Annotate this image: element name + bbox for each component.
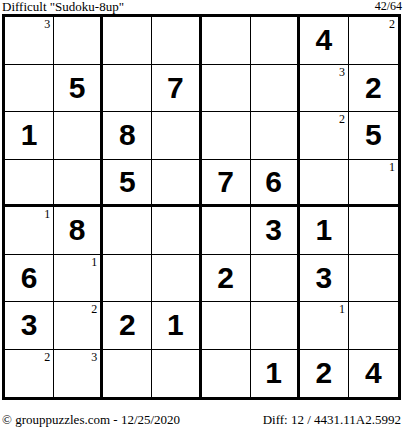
- given-digit: 5: [119, 167, 136, 197]
- cell-r2c4[interactable]: 7: [152, 65, 201, 113]
- cell-r1c4[interactable]: [152, 17, 201, 65]
- corner-mark: 2: [91, 302, 97, 316]
- given-digit: 1: [167, 310, 184, 340]
- cell-r3c4[interactable]: [152, 112, 201, 160]
- cell-r7c2[interactable]: 2: [54, 302, 103, 350]
- corner-mark: 2: [389, 17, 395, 31]
- given-digit: 3: [315, 263, 332, 293]
- cell-r3c6[interactable]: [251, 112, 300, 160]
- cell-r8c2[interactable]: 3: [54, 350, 103, 398]
- cell-r4c6[interactable]: 6: [251, 160, 300, 208]
- cell-r3c3[interactable]: 8: [103, 112, 152, 160]
- cell-r1c7[interactable]: 4: [300, 17, 349, 65]
- cell-r7c5[interactable]: [202, 302, 251, 350]
- given-digit: 3: [21, 310, 38, 340]
- cell-r7c6[interactable]: [251, 302, 300, 350]
- cell-r3c8[interactable]: 5: [349, 112, 398, 160]
- corner-mark: 3: [91, 350, 97, 364]
- puzzle-header: Difficult "Sudoku-8up" 42/64: [0, 0, 403, 14]
- copyright-text: © grouppuzzles.com - 12/25/2020: [2, 412, 180, 428]
- cell-r5c3[interactable]: [103, 207, 152, 255]
- cell-r7c1[interactable]: 3: [5, 302, 54, 350]
- puzzle-title: Difficult "Sudoku-8up": [2, 0, 124, 13]
- given-digit: 8: [69, 215, 86, 245]
- cell-r3c5[interactable]: [202, 112, 251, 160]
- cell-r6c2[interactable]: 1: [54, 255, 103, 303]
- corner-mark: 1: [389, 160, 395, 174]
- given-digit: 1: [315, 215, 332, 245]
- cell-r4c7[interactable]: [300, 160, 349, 208]
- cell-r2c5[interactable]: [202, 65, 251, 113]
- cell-r8c3[interactable]: [103, 350, 152, 398]
- given-digit: 5: [365, 120, 382, 150]
- cell-r6c7[interactable]: 3: [300, 255, 349, 303]
- given-digit: 5: [69, 73, 86, 103]
- given-digit: 2: [217, 263, 234, 293]
- given-digit: 7: [167, 73, 184, 103]
- given-digit: 1: [265, 358, 282, 388]
- cell-r8c7[interactable]: 2: [300, 350, 349, 398]
- cell-r1c6[interactable]: [251, 17, 300, 65]
- cell-r2c6[interactable]: [251, 65, 300, 113]
- cell-r8c4[interactable]: [152, 350, 201, 398]
- given-digit: 2: [365, 73, 382, 103]
- cell-r1c2[interactable]: [54, 17, 103, 65]
- given-digit: 2: [119, 310, 136, 340]
- cell-r2c2[interactable]: 5: [54, 65, 103, 113]
- puzzle-counter: 42/64: [375, 0, 402, 13]
- given-digit: 7: [217, 167, 234, 197]
- puzzle-footer: © grouppuzzles.com - 12/25/2020 Diff: 12…: [0, 412, 403, 428]
- cell-r4c5[interactable]: 7: [202, 160, 251, 208]
- cell-r4c2[interactable]: [54, 160, 103, 208]
- cell-r1c1[interactable]: 3: [5, 17, 54, 65]
- given-digit: 6: [265, 167, 282, 197]
- cell-r5c5[interactable]: [202, 207, 251, 255]
- corner-mark: 1: [91, 255, 97, 269]
- cell-r8c6[interactable]: 1: [251, 350, 300, 398]
- cell-r6c4[interactable]: [152, 255, 201, 303]
- given-digit: 1: [21, 120, 38, 150]
- cell-r5c2[interactable]: 8: [54, 207, 103, 255]
- cell-r2c1[interactable]: [5, 65, 54, 113]
- difficulty-text: Diff: 12 / 4431.11A2.5992: [263, 412, 401, 428]
- cell-r6c5[interactable]: 2: [202, 255, 251, 303]
- corner-mark: 3: [44, 17, 50, 31]
- cell-r2c8[interactable]: 2: [349, 65, 398, 113]
- corner-mark: 2: [339, 112, 345, 126]
- cell-r7c3[interactable]: 2: [103, 302, 152, 350]
- cell-r7c8[interactable]: [349, 302, 398, 350]
- cell-r1c8[interactable]: 2: [349, 17, 398, 65]
- given-digit: 8: [119, 120, 136, 150]
- cell-r3c7[interactable]: 2: [300, 112, 349, 160]
- cell-r1c3[interactable]: [103, 17, 152, 65]
- cell-r5c1[interactable]: 1: [5, 207, 54, 255]
- corner-mark: 1: [339, 302, 345, 316]
- cell-r5c8[interactable]: [349, 207, 398, 255]
- cell-r3c1[interactable]: 1: [5, 112, 54, 160]
- cell-r6c3[interactable]: [103, 255, 152, 303]
- cell-r1c5[interactable]: [202, 17, 251, 65]
- cell-r6c8[interactable]: [349, 255, 398, 303]
- given-digit: 2: [315, 358, 332, 388]
- cell-r2c3[interactable]: [103, 65, 152, 113]
- cell-r4c3[interactable]: 5: [103, 160, 152, 208]
- cell-r2c7[interactable]: 3: [300, 65, 349, 113]
- cell-r4c1[interactable]: [5, 160, 54, 208]
- cell-r3c2[interactable]: [54, 112, 103, 160]
- cell-r6c1[interactable]: 6: [5, 255, 54, 303]
- given-digit: 6: [21, 263, 38, 293]
- cell-r8c1[interactable]: 2: [5, 350, 54, 398]
- cell-r8c5[interactable]: [202, 350, 251, 398]
- cell-r7c4[interactable]: 1: [152, 302, 201, 350]
- cell-r4c8[interactable]: 1: [349, 160, 398, 208]
- given-digit: 4: [315, 25, 332, 55]
- cell-r8c8[interactable]: 4: [349, 350, 398, 398]
- given-digit: 3: [265, 215, 282, 245]
- sudoku-board: 342573218255761183161233221123124: [2, 14, 401, 400]
- cell-r5c4[interactable]: [152, 207, 201, 255]
- corner-mark: 2: [44, 350, 50, 364]
- cell-r4c4[interactable]: [152, 160, 201, 208]
- cell-r7c7[interactable]: 1: [300, 302, 349, 350]
- cell-r5c7[interactable]: 1: [300, 207, 349, 255]
- corner-mark: 3: [339, 65, 345, 79]
- given-digit: 4: [365, 358, 382, 388]
- cell-r6c6[interactable]: [251, 255, 300, 303]
- corner-mark: 1: [44, 207, 50, 221]
- cell-r5c6[interactable]: 3: [251, 207, 300, 255]
